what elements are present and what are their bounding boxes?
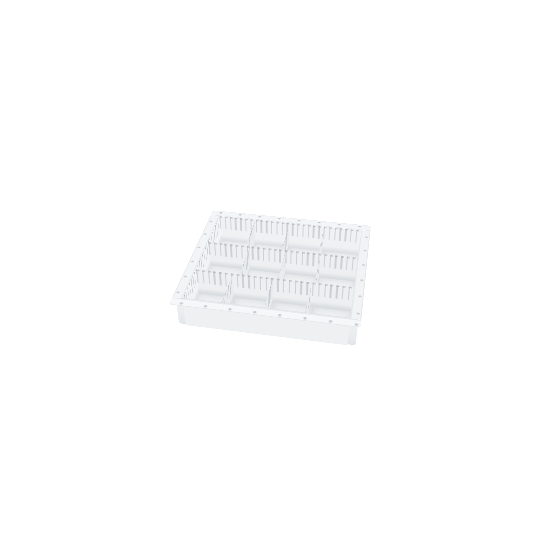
compartment-cell bbox=[282, 247, 323, 276]
compartment-cell bbox=[236, 269, 281, 301]
short-divider-middle-2 bbox=[278, 250, 286, 302]
short-divider-back-1 bbox=[246, 221, 256, 269]
rim-flange-right bbox=[350, 230, 370, 320]
short-divider-middle-3 bbox=[314, 254, 321, 307]
compartment-cell bbox=[199, 265, 245, 297]
short-divider-back-3 bbox=[317, 228, 323, 277]
short-divider-middle-1 bbox=[240, 246, 251, 298]
compartment-cell bbox=[211, 240, 254, 269]
drawer-organizer-tray bbox=[169, 210, 371, 328]
compartment-cell bbox=[246, 244, 288, 273]
product-photo bbox=[0, 0, 560, 560]
compartment-cell bbox=[319, 251, 359, 281]
compartment-cell bbox=[313, 277, 355, 310]
rim-flange-left bbox=[172, 215, 220, 299]
